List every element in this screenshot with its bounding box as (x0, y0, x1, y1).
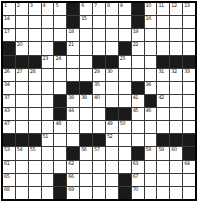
white-cell[interactable] (80, 29, 92, 41)
white-cell[interactable]: 39 (80, 95, 92, 107)
white-cell[interactable] (170, 161, 182, 173)
white-cell[interactable]: 23 (42, 56, 54, 68)
clue-number: 55 (30, 147, 35, 152)
white-cell[interactable]: 46 (145, 108, 157, 120)
white-cell[interactable] (119, 69, 131, 81)
white-cell[interactable] (106, 174, 118, 186)
clue-number: 54 (17, 147, 22, 152)
white-cell[interactable] (119, 95, 131, 107)
clue-number: 67 (133, 174, 138, 179)
white-cell[interactable] (54, 29, 66, 41)
clue-number: 26 (4, 69, 9, 74)
white-cell[interactable] (16, 29, 28, 41)
white-cell[interactable]: 12 (170, 3, 182, 15)
white-cell[interactable] (80, 69, 92, 81)
black-cell (170, 134, 182, 146)
white-cell[interactable] (106, 95, 118, 107)
white-cell[interactable] (42, 69, 54, 81)
white-cell[interactable] (67, 56, 79, 68)
black-cell (119, 42, 131, 54)
white-cell[interactable]: 26 (3, 69, 15, 81)
clue-number: 16 (146, 16, 151, 21)
clue-number: 51 (43, 134, 48, 139)
clue-number: 12 (171, 3, 176, 8)
white-cell[interactable] (93, 29, 105, 41)
black-cell (183, 134, 195, 146)
white-cell[interactable]: 18 (67, 29, 79, 41)
white-cell[interactable]: 30 (106, 69, 118, 81)
white-cell[interactable] (170, 42, 182, 54)
white-cell[interactable] (170, 95, 182, 107)
white-cell[interactable]: 37 (3, 95, 15, 107)
white-cell[interactable] (183, 16, 195, 28)
white-cell[interactable]: 42 (157, 95, 169, 107)
black-cell (106, 56, 118, 68)
white-cell[interactable]: 59 (157, 147, 169, 159)
white-cell[interactable]: 3 (29, 3, 41, 15)
white-cell[interactable]: 20 (16, 42, 28, 54)
white-cell[interactable] (106, 42, 118, 54)
black-cell (132, 82, 144, 94)
white-cell[interactable]: 28 (29, 69, 41, 81)
clue-number: 19 (133, 29, 138, 34)
white-cell[interactable]: 56 (80, 147, 92, 159)
white-cell[interactable]: 55 (29, 147, 41, 159)
white-cell[interactable] (16, 187, 28, 199)
white-cell[interactable]: 7 (93, 3, 105, 15)
white-cell[interactable]: 52 (106, 134, 118, 146)
white-cell[interactable] (42, 95, 54, 107)
white-cell[interactable] (183, 82, 195, 94)
black-cell (119, 108, 131, 120)
white-cell[interactable]: 65 (3, 174, 15, 186)
white-cell[interactable]: 4 (42, 3, 54, 15)
white-cell[interactable] (54, 82, 66, 94)
clue-number: 18 (68, 29, 73, 34)
white-cell[interactable]: 58 (145, 147, 157, 159)
clue-number: 8 (107, 3, 110, 8)
clue-number: 37 (4, 95, 9, 100)
white-cell[interactable] (183, 121, 195, 133)
white-cell[interactable] (157, 82, 169, 94)
white-cell[interactable] (80, 56, 92, 68)
black-cell (93, 134, 105, 146)
white-cell[interactable]: 14 (3, 16, 15, 28)
white-cell[interactable]: 62 (67, 161, 79, 173)
clue-number: 64 (184, 161, 189, 166)
white-cell[interactable] (132, 56, 144, 68)
clue-number: 53 (4, 147, 9, 152)
white-cell[interactable] (42, 29, 54, 41)
white-cell[interactable] (93, 174, 105, 186)
white-cell[interactable] (16, 161, 28, 173)
white-cell[interactable] (16, 174, 28, 186)
clue-number: 56 (81, 147, 86, 152)
clue-number: 40 (94, 95, 99, 100)
white-cell[interactable] (106, 161, 118, 173)
white-cell[interactable]: 8 (106, 3, 118, 15)
white-cell[interactable]: 50 (119, 121, 131, 133)
white-cell[interactable] (170, 174, 182, 186)
white-cell[interactable] (145, 69, 157, 81)
white-cell[interactable] (29, 187, 41, 199)
white-cell[interactable] (54, 134, 66, 146)
white-cell[interactable] (93, 16, 105, 28)
clue-number: 68 (4, 187, 9, 192)
clue-number: 32 (171, 69, 176, 74)
white-cell[interactable]: 33 (183, 69, 195, 81)
clue-number: 44 (68, 108, 73, 113)
white-cell[interactable] (16, 82, 28, 94)
clue-number: 39 (81, 95, 86, 100)
white-cell[interactable] (106, 82, 118, 94)
white-cell[interactable] (16, 108, 28, 120)
clue-number: 24 (55, 56, 60, 61)
white-cell[interactable] (67, 134, 79, 146)
clue-number: 42 (158, 95, 163, 100)
white-cell[interactable]: 32 (170, 69, 182, 81)
black-cell (67, 3, 79, 15)
white-cell[interactable] (42, 187, 54, 199)
white-cell[interactable]: 22 (132, 42, 144, 54)
clue-number: 15 (81, 16, 86, 21)
crossword-grid: 1234567891011121314151617181920212223242… (1, 1, 197, 201)
white-cell[interactable] (80, 161, 92, 173)
clue-number: 41 (133, 95, 138, 100)
white-cell[interactable]: 40 (93, 95, 105, 107)
white-cell[interactable] (80, 174, 92, 186)
clue-number: 20 (17, 42, 22, 47)
black-cell (80, 134, 92, 146)
white-cell[interactable]: 2 (16, 3, 28, 15)
clue-number: 23 (43, 56, 48, 61)
white-cell[interactable] (183, 174, 195, 186)
white-cell[interactable] (106, 187, 118, 199)
white-cell[interactable]: 38 (67, 95, 79, 107)
white-cell[interactable]: 53 (3, 147, 15, 159)
white-cell[interactable] (67, 69, 79, 81)
white-cell[interactable]: 67 (132, 174, 144, 186)
white-cell[interactable]: 61 (3, 161, 15, 173)
clue-number: 45 (133, 108, 138, 113)
clue-number: 29 (94, 69, 99, 74)
white-cell[interactable] (54, 69, 66, 81)
white-cell[interactable]: 63 (132, 161, 144, 173)
white-cell[interactable]: 54 (16, 147, 28, 159)
white-cell[interactable] (29, 121, 41, 133)
white-cell[interactable] (170, 29, 182, 41)
white-cell[interactable]: 44 (67, 108, 79, 120)
white-cell[interactable]: 68 (3, 187, 15, 199)
white-cell[interactable] (42, 16, 54, 28)
white-cell[interactable] (29, 161, 41, 173)
black-cell (183, 147, 195, 159)
white-cell[interactable]: 48 (54, 121, 66, 133)
white-cell[interactable] (80, 187, 92, 199)
clue-number: 9 (120, 3, 123, 8)
clue-number: 49 (107, 121, 112, 126)
white-cell[interactable]: 13 (183, 3, 195, 15)
white-cell[interactable] (93, 121, 105, 133)
clue-number: 65 (4, 174, 9, 179)
white-cell[interactable]: 41 (132, 95, 144, 107)
clue-number: 43 (4, 108, 9, 113)
white-cell[interactable] (145, 187, 157, 199)
clue-number: 47 (4, 121, 9, 126)
black-cell (29, 56, 41, 68)
clue-number: 33 (184, 69, 189, 74)
white-cell[interactable] (119, 134, 131, 146)
black-cell (170, 56, 182, 68)
white-cell[interactable] (183, 42, 195, 54)
white-cell[interactable] (16, 16, 28, 28)
clue-number: 11 (158, 3, 163, 8)
white-cell[interactable] (106, 147, 118, 159)
white-cell[interactable]: 29 (93, 69, 105, 81)
white-cell[interactable] (119, 82, 131, 94)
white-cell[interactable]: 17 (3, 29, 15, 41)
white-cell[interactable] (170, 108, 182, 120)
black-cell (119, 187, 131, 199)
black-cell (54, 108, 66, 120)
black-cell (54, 95, 66, 107)
white-cell[interactable] (93, 108, 105, 120)
white-cell[interactable] (170, 187, 182, 199)
clue-number: 61 (4, 161, 9, 166)
black-cell (67, 147, 79, 159)
white-cell[interactable]: 5 (54, 3, 66, 15)
white-cell[interactable]: 15 (80, 16, 92, 28)
white-cell[interactable] (67, 121, 79, 133)
white-cell[interactable] (157, 121, 169, 133)
clue-number: 35 (94, 82, 99, 87)
clue-number: 21 (68, 42, 73, 47)
white-cell[interactable] (42, 147, 54, 159)
white-cell[interactable] (54, 161, 66, 173)
white-cell[interactable]: 66 (67, 174, 79, 186)
clue-number: 70 (133, 187, 138, 192)
clue-number: 36 (146, 82, 151, 87)
black-cell (16, 56, 28, 68)
clue-number: 10 (146, 3, 151, 8)
white-cell[interactable] (42, 82, 54, 94)
white-cell[interactable]: 35 (93, 82, 105, 94)
black-cell (54, 187, 66, 199)
white-cell[interactable] (132, 121, 144, 133)
white-cell[interactable] (145, 134, 157, 146)
clue-number: 57 (94, 147, 99, 152)
white-cell[interactable] (29, 95, 41, 107)
white-cell[interactable]: 24 (54, 56, 66, 68)
clue-number: 13 (184, 3, 189, 8)
white-cell[interactable] (145, 174, 157, 186)
black-cell (67, 16, 79, 28)
black-cell (54, 174, 66, 186)
clue-number: 66 (68, 174, 73, 179)
white-cell[interactable] (54, 147, 66, 159)
white-cell[interactable]: 11 (157, 3, 169, 15)
clue-number: 46 (146, 108, 151, 113)
white-cell[interactable]: 43 (3, 108, 15, 120)
white-cell[interactable]: 60 (170, 147, 182, 159)
white-cell[interactable] (183, 95, 195, 107)
clue-number: 28 (30, 69, 35, 74)
white-cell[interactable] (145, 121, 157, 133)
black-cell (132, 16, 144, 28)
white-cell[interactable] (80, 108, 92, 120)
black-cell (16, 134, 28, 146)
white-cell[interactable] (80, 121, 92, 133)
white-cell[interactable] (145, 29, 157, 41)
black-cell (67, 82, 79, 94)
clue-number: 48 (55, 121, 60, 126)
black-cell (183, 56, 195, 68)
clue-number: 4 (43, 3, 46, 8)
white-cell[interactable] (42, 174, 54, 186)
white-cell[interactable] (29, 16, 41, 28)
clue-number: 63 (133, 161, 138, 166)
white-cell[interactable] (119, 16, 131, 28)
white-cell[interactable]: 45 (132, 108, 144, 120)
clue-number: 25 (120, 56, 125, 61)
clue-number: 60 (171, 147, 176, 152)
clue-number: 58 (146, 147, 151, 152)
white-cell[interactable] (170, 121, 182, 133)
white-cell[interactable] (16, 95, 28, 107)
white-cell[interactable]: 34 (3, 82, 15, 94)
white-cell[interactable] (42, 161, 54, 173)
white-cell[interactable] (29, 29, 41, 41)
white-cell[interactable] (29, 174, 41, 186)
white-cell[interactable] (145, 56, 157, 68)
white-cell[interactable]: 10 (145, 3, 157, 15)
white-cell[interactable] (93, 187, 105, 199)
white-cell[interactable] (157, 174, 169, 186)
white-cell[interactable] (42, 108, 54, 120)
clue-number: 31 (158, 69, 163, 74)
white-cell[interactable] (170, 82, 182, 94)
white-cell[interactable]: 51 (42, 134, 54, 146)
white-cell[interactable] (16, 121, 28, 133)
clue-number: 59 (158, 147, 163, 152)
white-cell[interactable] (157, 42, 169, 54)
white-cell[interactable] (157, 29, 169, 41)
white-cell[interactable] (183, 187, 195, 199)
white-cell[interactable] (132, 69, 144, 81)
black-cell (93, 56, 105, 68)
white-cell[interactable]: 6 (80, 3, 92, 15)
black-cell (3, 42, 15, 54)
white-cell[interactable] (119, 29, 131, 41)
white-cell[interactable]: 19 (132, 29, 144, 41)
white-cell[interactable]: 21 (67, 42, 79, 54)
clue-number: 7 (94, 3, 97, 8)
white-cell[interactable]: 16 (145, 16, 157, 28)
white-cell[interactable]: 64 (183, 161, 195, 173)
white-cell[interactable] (80, 42, 92, 54)
white-cell[interactable]: 49 (106, 121, 118, 133)
clue-number: 52 (107, 134, 112, 139)
clue-number: 69 (68, 187, 73, 192)
clue-number: 27 (17, 69, 22, 74)
black-cell (29, 134, 41, 146)
clue-number: 62 (68, 161, 73, 166)
clue-number: 22 (133, 42, 138, 47)
white-cell[interactable] (54, 16, 66, 28)
clue-number: 2 (17, 3, 20, 8)
clue-number: 5 (55, 3, 58, 8)
white-cell[interactable] (119, 161, 131, 173)
clue-number: 17 (4, 29, 9, 34)
white-cell[interactable]: 31 (157, 69, 169, 81)
white-cell[interactable] (157, 187, 169, 199)
clue-number: 6 (81, 3, 84, 8)
black-cell (119, 174, 131, 186)
black-cell (132, 3, 144, 15)
white-cell[interactable]: 9 (119, 3, 131, 15)
black-cell (106, 108, 118, 120)
black-cell (132, 147, 144, 159)
black-cell (3, 134, 15, 146)
white-cell[interactable] (183, 108, 195, 120)
white-cell[interactable]: 47 (3, 121, 15, 133)
white-cell[interactable]: 27 (16, 69, 28, 81)
clue-number: 50 (120, 121, 125, 126)
white-cell[interactable]: 57 (93, 147, 105, 159)
white-cell[interactable] (170, 16, 182, 28)
white-cell[interactable] (42, 42, 54, 54)
white-cell[interactable] (106, 16, 118, 28)
black-cell (54, 42, 66, 54)
clue-number: 38 (68, 95, 73, 100)
black-cell (157, 56, 169, 68)
white-cell[interactable]: 70 (132, 187, 144, 199)
clue-number: 34 (4, 82, 9, 87)
white-cell[interactable] (119, 147, 131, 159)
white-cell[interactable] (132, 134, 144, 146)
black-cell (80, 82, 92, 94)
clue-number: 30 (107, 69, 112, 74)
clue-number: 14 (4, 16, 9, 21)
crossword-puzzle: 1234567891011121314151617181920212223242… (0, 1, 198, 204)
white-cell[interactable]: 1 (3, 3, 15, 15)
white-cell[interactable] (145, 42, 157, 54)
black-cell (157, 134, 169, 146)
black-cell (3, 56, 15, 68)
white-cell[interactable] (29, 42, 41, 54)
white-cell[interactable] (29, 108, 41, 120)
white-cell[interactable] (157, 108, 169, 120)
white-cell[interactable] (183, 29, 195, 41)
clue-number: 1 (4, 3, 7, 8)
white-cell[interactable] (157, 161, 169, 173)
white-cell[interactable] (93, 42, 105, 54)
white-cell[interactable] (106, 29, 118, 41)
white-cell[interactable]: 69 (67, 187, 79, 199)
black-cell (145, 95, 157, 107)
white-cell[interactable] (29, 82, 41, 94)
white-cell[interactable] (157, 16, 169, 28)
white-cell[interactable]: 25 (119, 56, 131, 68)
white-cell[interactable] (42, 121, 54, 133)
clue-number: 3 (30, 3, 33, 8)
white-cell[interactable] (145, 161, 157, 173)
white-cell[interactable]: 36 (145, 82, 157, 94)
white-cell[interactable] (93, 161, 105, 173)
